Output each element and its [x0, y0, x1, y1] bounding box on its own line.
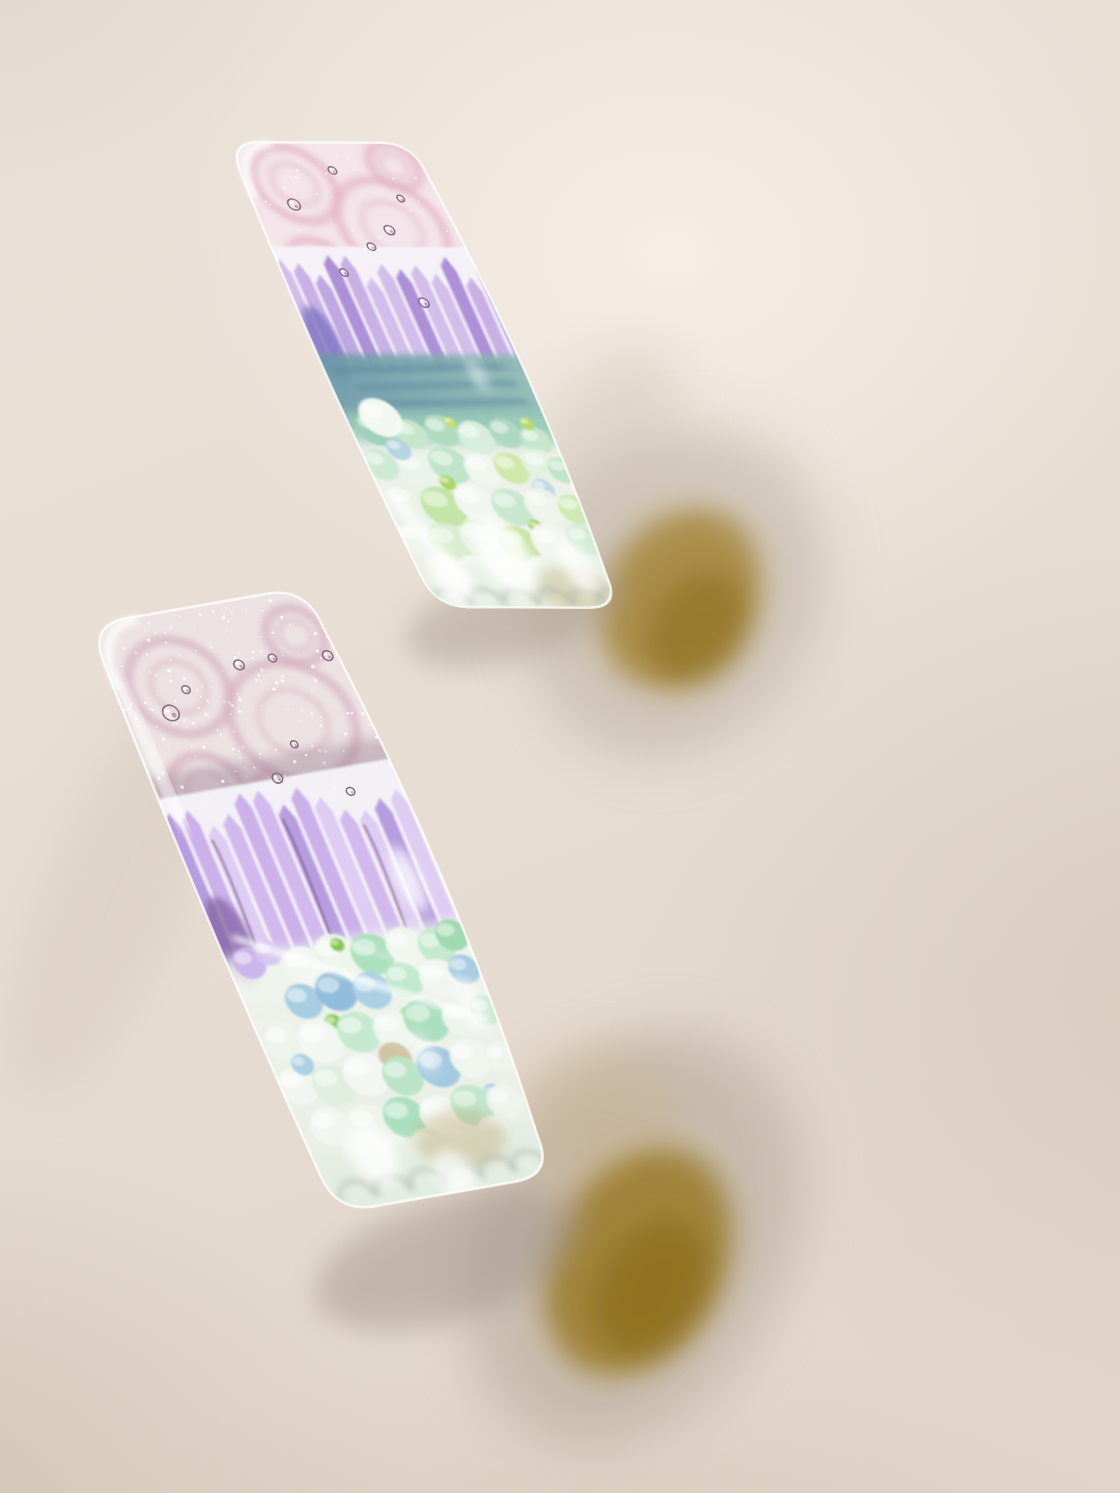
teal-streak [382, 401, 529, 406]
tabletop-photo [0, 0, 1120, 1493]
glass-art-photo [0, 0, 1120, 1493]
top-edge-highlight [262, 145, 385, 146]
